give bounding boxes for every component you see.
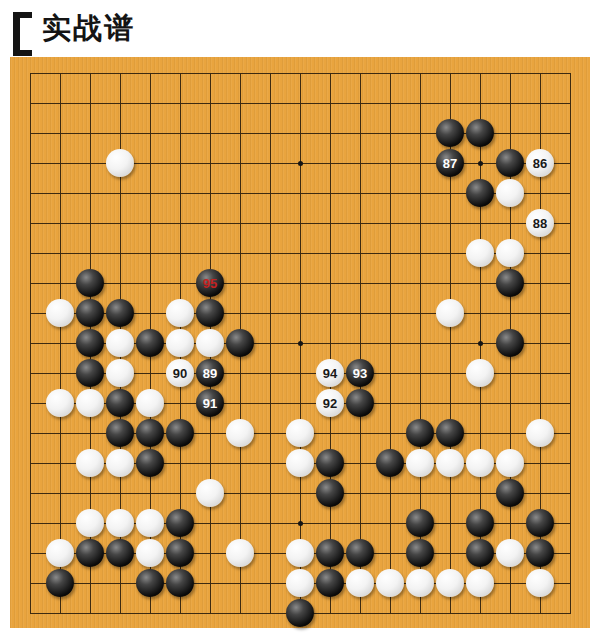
black-stone [316,449,344,477]
white-stone [286,539,314,567]
board-grid-line [30,493,571,494]
white-stone [196,329,224,357]
page-header: 实战谱 [0,0,600,57]
star-point [298,161,303,166]
black-stone [346,389,374,417]
black-stone [466,509,494,537]
black-stone [286,599,314,627]
white-stone [136,509,164,537]
black-stone [496,269,524,297]
black-stone [496,329,524,357]
white-stone [496,239,524,267]
black-stone [136,569,164,597]
black-stone [166,569,194,597]
white-stone [346,569,374,597]
black-stone [76,329,104,357]
black-stone [136,449,164,477]
white-stone [466,239,494,267]
page-title: 实战谱 [42,9,135,49]
star-point [298,341,303,346]
black-stone [466,119,494,147]
white-stone [46,539,74,567]
white-stone [496,449,524,477]
white-stone [196,479,224,507]
white-stone [166,329,194,357]
white-stone [466,449,494,477]
white-stone [166,299,194,327]
black-stone-move-89: 89 [196,359,224,387]
white-stone [106,149,134,177]
white-stone [46,299,74,327]
white-stone [226,539,254,567]
black-stone [106,299,134,327]
white-stone-move-92: 92 [316,389,344,417]
black-stone [316,479,344,507]
board-grid-line [330,73,331,614]
bracket-icon [13,12,32,56]
black-stone [376,449,404,477]
white-stone [496,539,524,567]
white-stone [466,569,494,597]
black-stone [526,539,554,567]
white-stone [436,569,464,597]
black-stone [526,509,554,537]
white-stone [406,569,434,597]
black-stone [406,539,434,567]
black-stone [316,539,344,567]
white-stone [466,359,494,387]
white-stone [226,419,254,447]
board-grid-line [570,73,571,614]
black-stone-move-87: 87 [436,149,464,177]
star-point [298,521,303,526]
black-stone-move-95: 95 [196,269,224,297]
white-stone [286,449,314,477]
white-stone [76,389,104,417]
black-stone [196,299,224,327]
black-stone-move-91: 91 [196,389,224,417]
black-stone [76,269,104,297]
board-grid-line [390,73,391,614]
black-stone [406,419,434,447]
white-stone [436,299,464,327]
white-stone-move-88: 88 [526,209,554,237]
black-stone [406,509,434,537]
white-stone [106,359,134,387]
black-stone [46,569,74,597]
white-stone-move-86: 86 [526,149,554,177]
page: 实战谱 87958993918688909492 [0,0,600,641]
black-stone [226,329,254,357]
black-stone [166,509,194,537]
black-stone [76,299,104,327]
black-stone [436,119,464,147]
white-stone [76,449,104,477]
black-stone [136,419,164,447]
black-stone [466,539,494,567]
black-stone [346,539,374,567]
white-stone [106,509,134,537]
white-stone [136,389,164,417]
black-stone [136,329,164,357]
black-stone [166,419,194,447]
board-grid-line [360,73,361,614]
black-stone [496,479,524,507]
white-stone [286,569,314,597]
black-stone [466,179,494,207]
white-stone [136,539,164,567]
white-stone [526,419,554,447]
black-stone [76,539,104,567]
white-stone [76,509,104,537]
black-stone [316,569,344,597]
go-board: 87958993918688909492 [10,57,590,628]
black-stone [106,389,134,417]
star-point [478,341,483,346]
white-stone-move-94: 94 [316,359,344,387]
white-stone [106,329,134,357]
star-point [478,161,483,166]
white-stone [496,179,524,207]
white-stone [436,449,464,477]
black-stone [106,539,134,567]
black-stone [106,419,134,447]
black-stone [436,419,464,447]
black-stone [166,539,194,567]
black-stone-move-93: 93 [346,359,374,387]
black-stone [496,149,524,177]
white-stone [526,569,554,597]
white-stone [106,449,134,477]
white-stone [286,419,314,447]
black-stone [76,359,104,387]
white-stone [376,569,404,597]
white-stone [406,449,434,477]
white-stone [46,389,74,417]
white-stone-move-90: 90 [166,359,194,387]
